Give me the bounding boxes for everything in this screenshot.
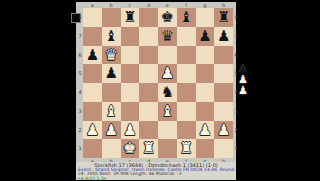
square-g3[interactable] xyxy=(196,102,215,121)
piece-white-bishop-e3[interactable]: ♝ xyxy=(158,102,177,121)
piece-white-pawn-e5[interactable]: ♟ xyxy=(158,64,177,83)
rank-label-8: 8 xyxy=(233,8,239,27)
square-g6[interactable] xyxy=(196,46,215,65)
piece-black-bishop-b7[interactable]: ♝ xyxy=(102,27,121,46)
chess-board[interactable]: ♜♚♝♜♝♛♟♟♟♛♟♟♞♝♝♟♟♟♟♟♚♜♜ xyxy=(83,8,233,158)
rank-label-3: 3 xyxy=(233,102,239,121)
square-a2[interactable]: ♟ xyxy=(83,121,102,140)
square-h6[interactable] xyxy=(214,46,233,65)
piece-white-pawn-h2[interactable]: ♟ xyxy=(214,121,233,140)
square-d2[interactable] xyxy=(139,121,158,140)
square-f3[interactable] xyxy=(177,102,196,121)
square-a5[interactable] xyxy=(83,64,102,83)
square-e4[interactable]: ♞ xyxy=(158,83,177,102)
square-c3[interactable] xyxy=(121,102,140,121)
square-c4[interactable] xyxy=(121,83,140,102)
square-e6[interactable] xyxy=(158,46,177,65)
square-g7[interactable]: ♟ xyxy=(196,27,215,46)
square-a8[interactable] xyxy=(83,8,102,27)
square-c6[interactable] xyxy=(121,46,140,65)
square-d4[interactable] xyxy=(139,83,158,102)
piece-white-queen-b6[interactable]: ♛ xyxy=(102,46,121,65)
chess-app-screenshot: abcdefgh abcdefgh 87654321 87654321 ♜♚♝♜… xyxy=(0,0,320,180)
square-d6[interactable] xyxy=(139,46,158,65)
piece-black-rook-c8[interactable]: ♜ xyxy=(121,8,140,27)
square-b2[interactable]: ♟ xyxy=(102,121,121,140)
rank-label-2: 2 xyxy=(233,121,239,140)
engine-eval-line: +6.4/22 1.5s xyxy=(76,177,236,181)
piece-black-pawn-a6[interactable]: ♟ xyxy=(83,46,102,65)
square-c7[interactable] xyxy=(121,27,140,46)
square-g4[interactable] xyxy=(196,83,215,102)
square-h3[interactable] xyxy=(214,102,233,121)
square-h2[interactable]: ♟ xyxy=(214,121,233,140)
piece-black-pawn-g7[interactable]: ♟ xyxy=(196,27,215,46)
square-d8[interactable] xyxy=(139,8,158,27)
captured-pieces-tray: ♟♟♟ xyxy=(236,63,250,96)
piece-white-rook-f1[interactable]: ♜ xyxy=(177,139,196,158)
square-f4[interactable] xyxy=(177,83,196,102)
square-h8[interactable]: ♜ xyxy=(214,8,233,27)
square-g5[interactable] xyxy=(196,64,215,83)
piece-white-pawn-b2[interactable]: ♟ xyxy=(102,121,121,140)
piece-white-rook-d1[interactable]: ♜ xyxy=(139,139,158,158)
square-h5[interactable] xyxy=(214,64,233,83)
square-c8[interactable]: ♜ xyxy=(121,8,140,27)
piece-black-bishop-f8[interactable]: ♝ xyxy=(177,8,196,27)
square-e8[interactable]: ♚ xyxy=(158,8,177,27)
square-d5[interactable] xyxy=(139,64,158,83)
square-b5[interactable]: ♟ xyxy=(102,64,121,83)
square-d3[interactable] xyxy=(139,102,158,121)
piece-white-pawn-g2[interactable]: ♟ xyxy=(196,121,215,140)
game-info-panel: Stockfish 17 (3644) - Dzindzichash 1 (34… xyxy=(76,162,236,180)
square-b6[interactable]: ♛ xyxy=(102,46,121,65)
square-f2[interactable] xyxy=(177,121,196,140)
square-f6[interactable] xyxy=(177,46,196,65)
square-b4[interactable] xyxy=(102,83,121,102)
square-a1[interactable] xyxy=(83,139,102,158)
square-f8[interactable]: ♝ xyxy=(177,8,196,27)
square-e7[interactable]: ♛ xyxy=(158,27,177,46)
piece-black-king-e8[interactable]: ♚ xyxy=(158,8,177,27)
square-e1[interactable] xyxy=(158,139,177,158)
square-g8[interactable] xyxy=(196,8,215,27)
square-c1[interactable]: ♚ xyxy=(121,139,140,158)
piece-white-pawn-a2[interactable]: ♟ xyxy=(83,121,102,140)
square-d1[interactable]: ♜ xyxy=(139,139,158,158)
square-a3[interactable] xyxy=(83,102,102,121)
square-b1[interactable] xyxy=(102,139,121,158)
square-d7[interactable] xyxy=(139,27,158,46)
square-f5[interactable] xyxy=(177,64,196,83)
square-a4[interactable] xyxy=(83,83,102,102)
square-h1[interactable] xyxy=(214,139,233,158)
square-h7[interactable]: ♟ xyxy=(214,27,233,46)
rank-label-7: 7 xyxy=(233,27,239,46)
rank-label-1: 1 xyxy=(233,139,239,158)
square-b3[interactable]: ♝ xyxy=(102,102,121,121)
piece-white-pawn-c2[interactable]: ♟ xyxy=(121,121,140,140)
piece-black-knight-e4[interactable]: ♞ xyxy=(158,83,177,102)
piece-black-pawn-b5[interactable]: ♟ xyxy=(102,64,121,83)
square-c5[interactable] xyxy=(121,64,140,83)
piece-black-rook-h8[interactable]: ♜ xyxy=(214,8,233,27)
square-a7[interactable] xyxy=(83,27,102,46)
piece-white-king-c1[interactable]: ♚ xyxy=(121,139,140,158)
square-f7[interactable] xyxy=(177,27,196,46)
tray-white-pawn-2: ♟ xyxy=(236,85,250,96)
square-e3[interactable]: ♝ xyxy=(158,102,177,121)
piece-black-pawn-h7[interactable]: ♟ xyxy=(214,27,233,46)
square-h4[interactable] xyxy=(214,83,233,102)
square-g1[interactable] xyxy=(196,139,215,158)
square-b8[interactable] xyxy=(102,8,121,27)
piece-black-queen-e7[interactable]: ♛ xyxy=(158,27,177,46)
square-c2[interactable]: ♟ xyxy=(121,121,140,140)
square-f1[interactable]: ♜ xyxy=(177,139,196,158)
square-g2[interactable]: ♟ xyxy=(196,121,215,140)
square-e2[interactable] xyxy=(158,121,177,140)
square-e5[interactable]: ♟ xyxy=(158,64,177,83)
square-b7[interactable]: ♝ xyxy=(102,27,121,46)
square-a6[interactable]: ♟ xyxy=(83,46,102,65)
piece-white-bishop-b3[interactable]: ♝ xyxy=(102,102,121,121)
